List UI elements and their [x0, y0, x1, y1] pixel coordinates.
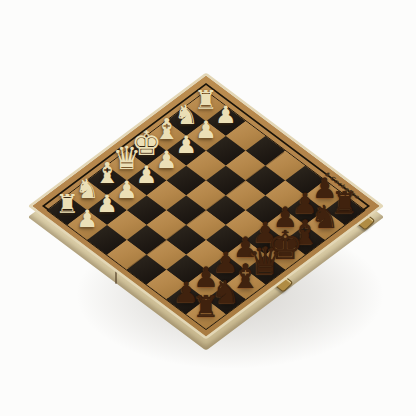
product-photo-scene: ♞ Cockatoo ♜♟♟♜♞♟♟♞♝♟♟♝♚♟♟♚♛♟♟♛♝♟♟♝♞♟♟♞♜…	[0, 0, 416, 416]
piece-white-pawn[interactable]: ♟	[116, 178, 138, 202]
piece-white-pawn[interactable]: ♟	[156, 148, 178, 172]
piece-white-pawn[interactable]: ♟	[195, 118, 217, 142]
piece-black-rook[interactable]: ♜	[193, 292, 220, 322]
piece-white-pawn[interactable]: ♟	[96, 192, 118, 216]
piece-white-pawn[interactable]: ♟	[136, 163, 158, 187]
piece-white-pawn[interactable]: ♟	[76, 207, 98, 231]
piece-white-pawn[interactable]: ♟	[175, 133, 197, 157]
piece-white-pawn[interactable]: ♟	[215, 103, 237, 127]
